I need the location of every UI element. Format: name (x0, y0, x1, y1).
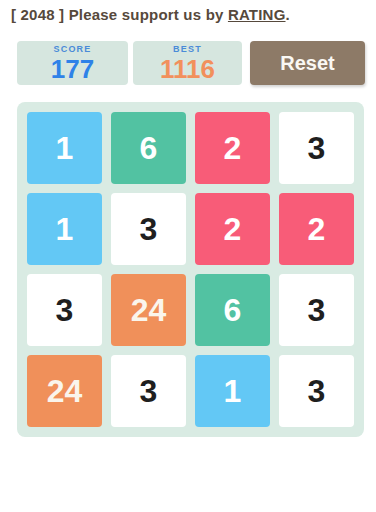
score-value: 177 (51, 55, 94, 83)
tile-6-r1c2: 6 (111, 112, 186, 184)
app-screen: [ 2048 ] Please support us by RATING. SC… (0, 0, 376, 512)
header-text: [ 2048 ] Please support us by (11, 6, 228, 23)
header-message: [ 2048 ] Please support us by RATING. (11, 6, 370, 23)
tile-3-r3c1: 3 (27, 274, 102, 346)
tile-2-r1c3: 2 (195, 112, 270, 184)
best-box: BEST 1116 (133, 41, 242, 85)
rating-link[interactable]: RATING (228, 6, 286, 23)
score-label: SCORE (53, 44, 91, 55)
tile-6-r3c3: 6 (195, 274, 270, 346)
game-board[interactable]: 162313223246324313 (17, 102, 364, 437)
best-label: BEST (173, 44, 202, 55)
tile-2-r2c3: 2 (195, 193, 270, 265)
tile-3-r4c2: 3 (111, 355, 186, 427)
scoreboard: SCORE 177 BEST 1116 Reset (17, 41, 365, 85)
header-text-suffix: . (286, 6, 290, 23)
tile-3-r3c4: 3 (279, 274, 354, 346)
score-box: SCORE 177 (17, 41, 128, 85)
tile-1-r2c1: 1 (27, 193, 102, 265)
tile-24-r3c2: 24 (111, 274, 186, 346)
tile-2-r2c4: 2 (279, 193, 354, 265)
tile-1-r1c1: 1 (27, 112, 102, 184)
tile-3-r1c4: 3 (279, 112, 354, 184)
tile-1-r4c3: 1 (195, 355, 270, 427)
tile-3-r2c2: 3 (111, 193, 186, 265)
best-value: 1116 (160, 55, 215, 83)
tile-3-r4c4: 3 (279, 355, 354, 427)
reset-button[interactable]: Reset (250, 41, 365, 85)
tile-24-r4c1: 24 (27, 355, 102, 427)
